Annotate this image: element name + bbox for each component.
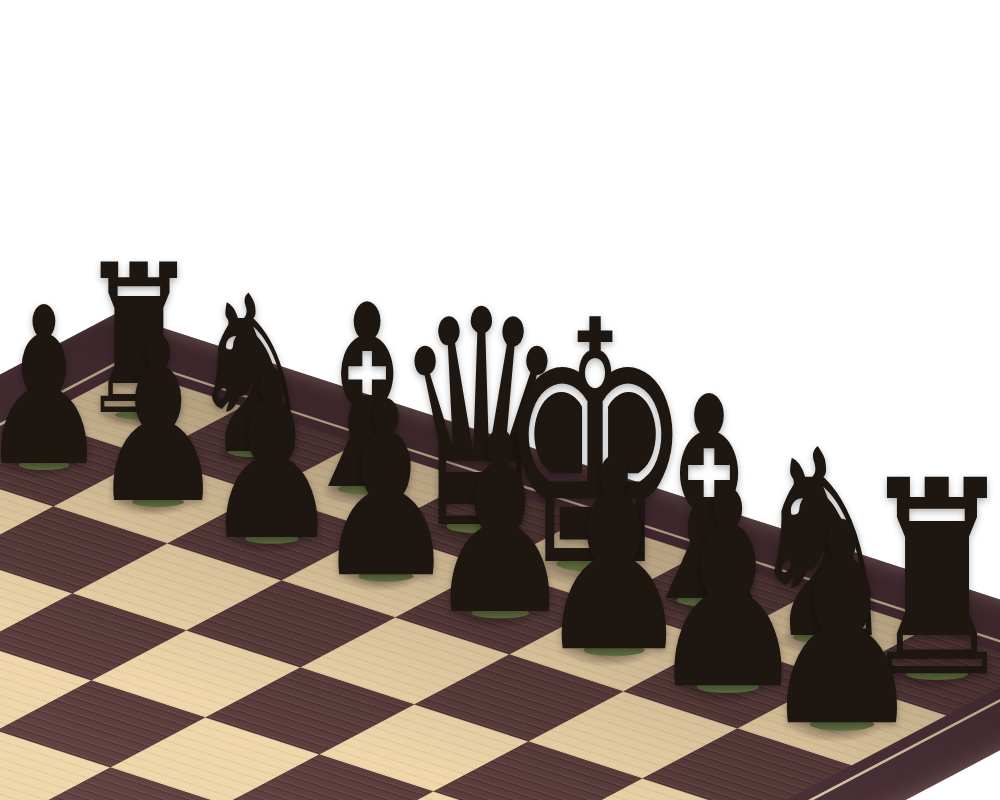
piece-black-pawn-h7[interactable]: ♟ [760, 487, 925, 766]
chess-photo-scene: ♜♞♟♝♟♛♟♚♟♝♟♞♟♜♟♟ [0, 0, 1000, 800]
pieces-layer: ♜♞♟♝♟♛♟♚♟♝♟♞♟♜♟♟ [0, 0, 1000, 800]
